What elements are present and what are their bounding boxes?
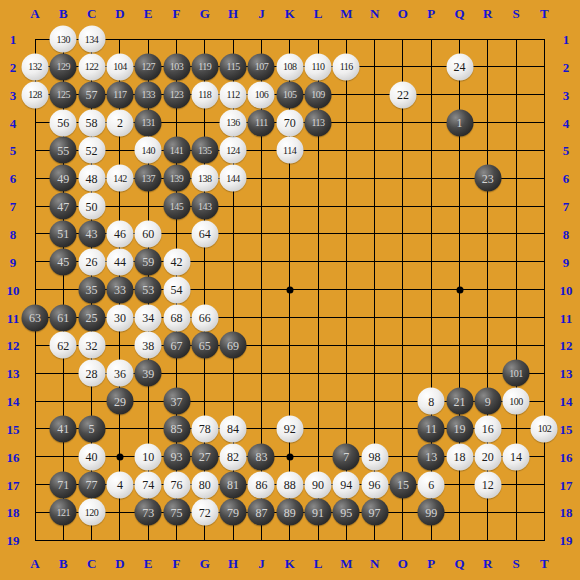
stone-S13[interactable]: 101 (503, 360, 530, 387)
stone-K18[interactable]: 89 (276, 499, 303, 526)
stone-D2[interactable]: 104 (106, 53, 133, 80)
stone-L17[interactable]: 90 (305, 471, 332, 498)
stone-move-number: 80 (199, 479, 211, 491)
stone-move-number: 124 (226, 145, 240, 155)
stone-H6[interactable]: 144 (220, 165, 247, 192)
stone-move-number: 63 (29, 312, 41, 324)
col-label-bottom-H: H (228, 557, 238, 570)
stone-move-number: 98 (369, 451, 381, 463)
stone-move-number: 24 (454, 61, 466, 73)
stone-A3[interactable]: 128 (22, 81, 49, 108)
row-label-right-18: 18 (560, 506, 573, 519)
stone-move-number: 2 (117, 117, 123, 129)
stone-move-number: 23 (482, 172, 494, 184)
stone-H18[interactable]: 79 (220, 499, 247, 526)
stone-F3[interactable]: 123 (163, 81, 190, 108)
stone-B12[interactable]: 62 (50, 332, 77, 359)
col-label-bottom-K: K (285, 557, 295, 570)
stone-move-number: 15 (397, 479, 409, 491)
stone-H17[interactable]: 81 (220, 471, 247, 498)
stone-B6[interactable]: 49 (50, 165, 77, 192)
stone-move-number: 10 (142, 451, 154, 463)
stone-F18[interactable]: 75 (163, 499, 190, 526)
stone-move-number: 113 (311, 118, 324, 128)
stone-move-number: 88 (284, 479, 296, 491)
stone-move-number: 75 (171, 506, 183, 518)
stone-move-number: 132 (28, 62, 42, 72)
stone-move-number: 104 (113, 62, 127, 72)
stone-E11[interactable]: 34 (135, 304, 162, 331)
stone-move-number: 70 (284, 117, 296, 129)
stone-H12[interactable]: 69 (220, 332, 247, 359)
col-label-bottom-P: P (427, 557, 435, 570)
stone-move-number: 91 (312, 506, 324, 518)
stone-C11[interactable]: 25 (78, 304, 105, 331)
stone-B11[interactable]: 61 (50, 304, 77, 331)
stone-H5[interactable]: 124 (220, 137, 247, 164)
col-label-top-A: A (30, 7, 39, 20)
row-label-right-17: 17 (560, 478, 573, 491)
go-board[interactable]: AABBCCDDEEFFGGHHJJKKLLMMNNOOPPQQRRSSTT11… (0, 0, 580, 580)
stone-E12[interactable]: 38 (135, 332, 162, 359)
stone-G15[interactable]: 78 (191, 415, 218, 442)
stone-move-number: 9 (485, 395, 491, 407)
row-label-left-15: 15 (7, 422, 20, 435)
col-label-bottom-A: A (30, 557, 39, 570)
stone-H16[interactable]: 82 (220, 443, 247, 470)
stone-F14[interactable]: 37 (163, 388, 190, 415)
stone-move-number: 90 (312, 479, 324, 491)
stone-K3[interactable]: 105 (276, 81, 303, 108)
stone-F5[interactable]: 141 (163, 137, 190, 164)
stone-move-number: 121 (57, 507, 71, 517)
col-label-top-S: S (512, 7, 519, 20)
stone-R16[interactable]: 20 (474, 443, 501, 470)
stone-move-number: 111 (255, 118, 268, 128)
stone-C8[interactable]: 43 (78, 220, 105, 247)
stone-G11[interactable]: 66 (191, 304, 218, 331)
stone-D8[interactable]: 46 (106, 220, 133, 247)
stone-F10[interactable]: 54 (163, 276, 190, 303)
stone-D10[interactable]: 33 (106, 276, 133, 303)
col-label-bottom-J: J (258, 557, 265, 570)
stone-move-number: 47 (57, 200, 69, 212)
stone-E5[interactable]: 140 (135, 137, 162, 164)
row-label-left-17: 17 (7, 478, 20, 491)
stone-H4[interactable]: 136 (220, 109, 247, 136)
stone-Q4[interactable]: 1 (446, 109, 473, 136)
stone-A11[interactable]: 63 (22, 304, 49, 331)
col-label-top-O: O (398, 7, 408, 20)
stone-Q2[interactable]: 24 (446, 53, 473, 80)
row-label-right-13: 13 (560, 367, 573, 380)
stone-move-number: 48 (86, 172, 98, 184)
stone-B8[interactable]: 51 (50, 220, 77, 247)
stone-move-number: 96 (369, 479, 381, 491)
stone-K2[interactable]: 108 (276, 53, 303, 80)
stone-D13[interactable]: 36 (106, 360, 133, 387)
stone-move-number: 71 (57, 479, 69, 491)
stone-move-number: 120 (85, 507, 99, 517)
stone-move-number: 114 (283, 145, 296, 155)
stone-C3[interactable]: 57 (78, 81, 105, 108)
stone-C9[interactable]: 26 (78, 248, 105, 275)
stone-F6[interactable]: 139 (163, 165, 190, 192)
grid-hline-12 (35, 345, 545, 346)
stone-G2[interactable]: 119 (191, 53, 218, 80)
stone-move-number: 94 (340, 479, 352, 491)
stone-move-number: 77 (86, 479, 98, 491)
row-label-left-7: 7 (10, 200, 17, 213)
stone-move-number: 59 (142, 256, 154, 268)
stone-B4[interactable]: 56 (50, 109, 77, 136)
stone-P14[interactable]: 8 (418, 388, 445, 415)
stone-C16[interactable]: 40 (78, 443, 105, 470)
stone-G3[interactable]: 118 (191, 81, 218, 108)
stone-move-number: 117 (113, 90, 126, 100)
stone-R17[interactable]: 12 (474, 471, 501, 498)
stone-C12[interactable]: 32 (78, 332, 105, 359)
stone-move-number: 56 (57, 117, 69, 129)
stone-M16[interactable]: 7 (333, 443, 360, 470)
stone-move-number: 119 (198, 62, 211, 72)
stone-move-number: 58 (86, 117, 98, 129)
stone-move-number: 106 (255, 90, 269, 100)
stone-F15[interactable]: 85 (163, 415, 190, 442)
stone-Q16[interactable]: 18 (446, 443, 473, 470)
stone-move-number: 79 (227, 506, 239, 518)
stone-N16[interactable]: 98 (361, 443, 388, 470)
stone-E17[interactable]: 74 (135, 471, 162, 498)
stone-M17[interactable]: 94 (333, 471, 360, 498)
col-label-bottom-N: N (370, 557, 379, 570)
stone-H15[interactable]: 84 (220, 415, 247, 442)
col-label-bottom-M: M (340, 557, 352, 570)
stone-B3[interactable]: 125 (50, 81, 77, 108)
stone-C17[interactable]: 77 (78, 471, 105, 498)
row-label-left-16: 16 (7, 450, 20, 463)
stone-move-number: 143 (198, 201, 212, 211)
stone-move-number: 64 (199, 228, 211, 240)
stone-move-number: 141 (170, 145, 184, 155)
stone-F12[interactable]: 67 (163, 332, 190, 359)
stone-B2[interactable]: 129 (50, 53, 77, 80)
stone-move-number: 81 (227, 479, 239, 491)
stone-move-number: 105 (283, 90, 297, 100)
stone-move-number: 55 (57, 144, 69, 156)
stone-move-number: 12 (482, 479, 494, 491)
col-label-bottom-L: L (314, 557, 323, 570)
stone-F7[interactable]: 145 (163, 193, 190, 220)
stone-L2[interactable]: 110 (305, 53, 332, 80)
stone-G8[interactable]: 64 (191, 220, 218, 247)
stone-J16[interactable]: 83 (248, 443, 275, 470)
stone-F17[interactable]: 76 (163, 471, 190, 498)
stone-E10[interactable]: 53 (135, 276, 162, 303)
stone-E2[interactable]: 127 (135, 53, 162, 80)
stone-O3[interactable]: 22 (389, 81, 416, 108)
stone-J18[interactable]: 87 (248, 499, 275, 526)
col-label-bottom-T: T (540, 557, 549, 570)
row-label-left-1: 1 (10, 33, 17, 46)
stone-move-number: 1 (457, 117, 463, 129)
stone-G17[interactable]: 80 (191, 471, 218, 498)
col-label-top-T: T (540, 7, 549, 20)
star-point-K10 (286, 286, 293, 293)
stone-B15[interactable]: 41 (50, 415, 77, 442)
row-label-left-10: 10 (7, 283, 20, 296)
stone-move-number: 54 (171, 284, 183, 296)
stone-R14[interactable]: 9 (474, 388, 501, 415)
stone-move-number: 102 (538, 424, 552, 434)
stone-E9[interactable]: 59 (135, 248, 162, 275)
row-label-left-13: 13 (7, 367, 20, 380)
stone-move-number: 133 (141, 90, 155, 100)
stone-move-number: 95 (340, 506, 352, 518)
stone-J17[interactable]: 86 (248, 471, 275, 498)
col-label-bottom-R: R (483, 557, 492, 570)
stone-K15[interactable]: 92 (276, 415, 303, 442)
stone-B1[interactable]: 130 (50, 26, 77, 53)
stone-B17[interactable]: 71 (50, 471, 77, 498)
stone-move-number: 144 (226, 173, 240, 183)
stone-N17[interactable]: 96 (361, 471, 388, 498)
col-label-bottom-S: S (512, 557, 519, 570)
stone-move-number: 112 (227, 90, 240, 100)
grid-vline-O (402, 39, 403, 541)
col-label-top-R: R (483, 7, 492, 20)
row-label-right-7: 7 (563, 200, 570, 213)
stone-C6[interactable]: 48 (78, 165, 105, 192)
stone-D3[interactable]: 117 (106, 81, 133, 108)
stone-move-number: 145 (170, 201, 184, 211)
stone-J4[interactable]: 111 (248, 109, 275, 136)
col-label-top-K: K (285, 7, 295, 20)
stone-T15[interactable]: 102 (531, 415, 558, 442)
stone-G16[interactable]: 27 (191, 443, 218, 470)
stone-Q15[interactable]: 19 (446, 415, 473, 442)
col-label-top-B: B (59, 7, 68, 20)
stone-move-number: 87 (255, 506, 267, 518)
row-label-left-19: 19 (7, 534, 20, 547)
stone-move-number: 20 (482, 451, 494, 463)
stone-move-number: 122 (85, 62, 99, 72)
stone-move-number: 136 (226, 118, 240, 128)
stone-move-number: 135 (198, 145, 212, 155)
row-label-left-12: 12 (7, 339, 20, 352)
col-label-top-P: P (427, 7, 435, 20)
stone-move-number: 14 (510, 451, 522, 463)
stone-J3[interactable]: 106 (248, 81, 275, 108)
row-label-right-1: 1 (563, 33, 570, 46)
stone-R6[interactable]: 23 (474, 165, 501, 192)
stone-D4[interactable]: 2 (106, 109, 133, 136)
stone-E3[interactable]: 133 (135, 81, 162, 108)
stone-move-number: 28 (86, 367, 98, 379)
row-label-right-14: 14 (560, 395, 573, 408)
stone-P16[interactable]: 13 (418, 443, 445, 470)
col-label-bottom-E: E (144, 557, 153, 570)
stone-C13[interactable]: 28 (78, 360, 105, 387)
stone-L18[interactable]: 91 (305, 499, 332, 526)
star-point-D16 (116, 453, 123, 460)
row-label-right-4: 4 (563, 116, 570, 129)
row-label-left-6: 6 (10, 172, 17, 185)
stone-move-number: 69 (227, 339, 239, 351)
stone-H2[interactable]: 115 (220, 53, 247, 80)
stone-D6[interactable]: 142 (106, 165, 133, 192)
row-label-left-5: 5 (10, 144, 17, 157)
stone-E4[interactable]: 131 (135, 109, 162, 136)
stone-move-number: 21 (454, 395, 466, 407)
stone-move-number: 129 (57, 62, 71, 72)
stone-R15[interactable]: 16 (474, 415, 501, 442)
stone-move-number: 11 (425, 423, 437, 435)
col-label-bottom-B: B (59, 557, 68, 570)
stone-G18[interactable]: 72 (191, 499, 218, 526)
stone-F9[interactable]: 42 (163, 248, 190, 275)
col-label-bottom-Q: Q (454, 557, 464, 570)
stone-move-number: 97 (369, 506, 381, 518)
stone-move-number: 125 (57, 90, 71, 100)
stone-C10[interactable]: 35 (78, 276, 105, 303)
stone-E8[interactable]: 60 (135, 220, 162, 247)
stone-C7[interactable]: 50 (78, 193, 105, 220)
col-label-top-J: J (258, 7, 265, 20)
row-label-right-11: 11 (560, 311, 572, 324)
stone-L3[interactable]: 109 (305, 81, 332, 108)
stone-move-number: 128 (28, 90, 42, 100)
col-label-bottom-F: F (173, 557, 181, 570)
stone-move-number: 101 (509, 368, 523, 378)
stone-move-number: 27 (199, 451, 211, 463)
stone-move-number: 72 (199, 506, 211, 518)
stone-move-number: 67 (171, 339, 183, 351)
grid-hline-19 (35, 540, 545, 541)
stone-M18[interactable]: 95 (333, 499, 360, 526)
col-label-top-E: E (144, 7, 153, 20)
stone-D11[interactable]: 30 (106, 304, 133, 331)
stone-move-number: 118 (198, 90, 211, 100)
row-label-right-12: 12 (560, 339, 573, 352)
stone-move-number: 13 (425, 451, 437, 463)
stone-move-number: 76 (171, 479, 183, 491)
stone-move-number: 138 (198, 173, 212, 183)
stone-move-number: 45 (57, 256, 69, 268)
stone-C5[interactable]: 52 (78, 137, 105, 164)
stone-E18[interactable]: 73 (135, 499, 162, 526)
col-label-top-H: H (228, 7, 238, 20)
stone-move-number: 37 (171, 395, 183, 407)
stone-B18[interactable]: 121 (50, 499, 77, 526)
col-label-bottom-O: O (398, 557, 408, 570)
stone-N18[interactable]: 97 (361, 499, 388, 526)
stone-move-number: 93 (171, 451, 183, 463)
stone-G5[interactable]: 135 (191, 137, 218, 164)
star-point-K16 (286, 453, 293, 460)
stone-D14[interactable]: 29 (106, 388, 133, 415)
stone-G7[interactable]: 143 (191, 193, 218, 220)
stone-E13[interactable]: 39 (135, 360, 162, 387)
stone-J2[interactable]: 107 (248, 53, 275, 80)
stone-move-number: 5 (89, 423, 95, 435)
stone-move-number: 39 (142, 367, 154, 379)
stone-move-number: 139 (170, 173, 184, 183)
stone-move-number: 86 (255, 479, 267, 491)
stone-P18[interactable]: 99 (418, 499, 445, 526)
stone-move-number: 116 (340, 62, 353, 72)
stone-G6[interactable]: 138 (191, 165, 218, 192)
stone-move-number: 89 (284, 506, 296, 518)
stone-C4[interactable]: 58 (78, 109, 105, 136)
stone-move-number: 26 (86, 256, 98, 268)
stone-move-number: 85 (171, 423, 183, 435)
row-label-right-15: 15 (560, 422, 573, 435)
stone-P17[interactable]: 6 (418, 471, 445, 498)
stone-S16[interactable]: 14 (503, 443, 530, 470)
stone-F11[interactable]: 68 (163, 304, 190, 331)
stone-O17[interactable]: 15 (389, 471, 416, 498)
col-label-top-D: D (115, 7, 124, 20)
stone-E6[interactable]: 137 (135, 165, 162, 192)
stone-F16[interactable]: 93 (163, 443, 190, 470)
stone-move-number: 44 (114, 256, 126, 268)
stone-K5[interactable]: 114 (276, 137, 303, 164)
stone-move-number: 142 (113, 173, 127, 183)
stone-K17[interactable]: 88 (276, 471, 303, 498)
stone-move-number: 73 (142, 506, 154, 518)
grid-vline-T (544, 39, 545, 541)
row-label-left-8: 8 (10, 227, 17, 240)
stone-move-number: 109 (311, 90, 325, 100)
stone-move-number: 32 (86, 339, 98, 351)
stone-H3[interactable]: 112 (220, 81, 247, 108)
stone-move-number: 100 (509, 396, 523, 406)
stone-move-number: 8 (428, 395, 434, 407)
stone-A2[interactable]: 132 (22, 53, 49, 80)
col-label-top-C: C (87, 7, 96, 20)
stone-K4[interactable]: 70 (276, 109, 303, 136)
stone-S14[interactable]: 100 (503, 388, 530, 415)
stone-move-number: 65 (199, 339, 211, 351)
stone-move-number: 78 (199, 423, 211, 435)
stone-move-number: 57 (86, 89, 98, 101)
stone-B9[interactable]: 45 (50, 248, 77, 275)
stone-E16[interactable]: 10 (135, 443, 162, 470)
stone-C15[interactable]: 5 (78, 415, 105, 442)
stone-F2[interactable]: 103 (163, 53, 190, 80)
stone-D9[interactable]: 44 (106, 248, 133, 275)
stone-B7[interactable]: 47 (50, 193, 77, 220)
stone-move-number: 22 (397, 89, 409, 101)
stone-B5[interactable]: 55 (50, 137, 77, 164)
stone-move-number: 115 (227, 62, 240, 72)
stone-L4[interactable]: 113 (305, 109, 332, 136)
row-label-right-19: 19 (560, 534, 573, 547)
stone-C2[interactable]: 122 (78, 53, 105, 80)
stone-D17[interactable]: 4 (106, 471, 133, 498)
stone-move-number: 19 (454, 423, 466, 435)
stone-G12[interactable]: 65 (191, 332, 218, 359)
stone-move-number: 140 (141, 145, 155, 155)
stone-C18[interactable]: 120 (78, 499, 105, 526)
stone-move-number: 130 (57, 34, 71, 44)
stone-C1[interactable]: 134 (78, 26, 105, 53)
stone-move-number: 103 (170, 62, 184, 72)
stone-Q14[interactable]: 21 (446, 388, 473, 415)
stone-P15[interactable]: 11 (418, 415, 445, 442)
stone-M2[interactable]: 116 (333, 53, 360, 80)
